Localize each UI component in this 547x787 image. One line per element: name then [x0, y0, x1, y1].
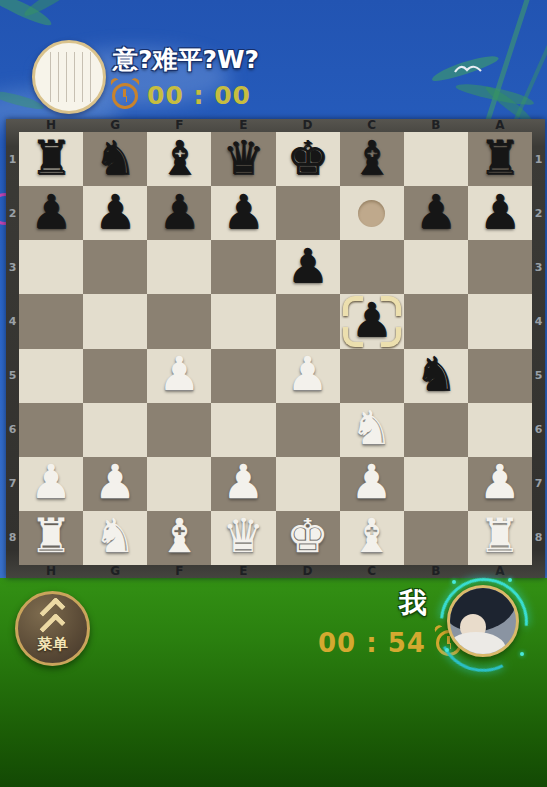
piece-bq[interactable]: ♛	[222, 134, 264, 181]
chess-board: HGFEDCBA HGFEDCBA 12345678 12345678 ♜♞♝♛…	[6, 119, 545, 578]
square-G3[interactable]	[83, 240, 147, 294]
square-G2[interactable]: ♟	[83, 186, 147, 240]
piece-wp[interactable]: ♟	[286, 350, 328, 397]
double-chevron-up-icon	[18, 604, 87, 633]
square-F7[interactable]	[147, 457, 211, 511]
piece-bb[interactable]: ♝	[351, 134, 393, 181]
my-name: 我	[399, 584, 427, 622]
piece-bp[interactable]: ♟	[286, 242, 328, 289]
avatar-spark	[452, 580, 456, 584]
menu-button-label: 菜单	[18, 635, 87, 654]
piece-bb[interactable]: ♝	[158, 134, 200, 181]
piece-bp[interactable]: ♟	[415, 188, 457, 235]
square-D2[interactable]	[276, 186, 340, 240]
file-label-H: H	[19, 565, 83, 578]
square-E8[interactable]: ♛	[211, 511, 275, 565]
square-B5[interactable]: ♞	[404, 349, 468, 403]
file-label-F: F	[147, 565, 211, 578]
my-avatar[interactable]	[447, 585, 519, 657]
square-E6[interactable]	[211, 403, 275, 457]
piece-bn[interactable]: ♞	[415, 350, 457, 397]
rank-label-1: 1	[532, 132, 545, 186]
piece-wp[interactable]: ♟	[30, 458, 72, 505]
square-C5[interactable]	[340, 349, 404, 403]
files-bottom: HGFEDCBA	[19, 565, 532, 578]
piece-wr[interactable]: ♜	[479, 512, 521, 559]
rank-label-7: 7	[6, 457, 19, 511]
piece-wq[interactable]: ♛	[222, 512, 264, 559]
square-H5[interactable]	[19, 349, 83, 403]
avatar-spark	[508, 578, 512, 582]
piece-wp[interactable]: ♟	[94, 458, 136, 505]
board-grid: ♜♞♝♛♚♝♜♟♟♟♟♟♟♟♟♟♟♞♞♟♟♟♟♟♜♞♝♛♚♝♜	[19, 132, 532, 565]
square-G4[interactable]	[83, 294, 147, 348]
piece-bn[interactable]: ♞	[94, 134, 136, 181]
piece-bp[interactable]: ♟	[479, 188, 521, 235]
square-G6[interactable]	[83, 403, 147, 457]
file-label-D: D	[276, 565, 340, 578]
square-E5[interactable]	[211, 349, 275, 403]
square-C7[interactable]: ♟	[340, 457, 404, 511]
square-C1[interactable]: ♝	[340, 132, 404, 186]
square-A3[interactable]	[468, 240, 532, 294]
file-label-C: C	[340, 565, 404, 578]
bird-icon	[453, 60, 483, 76]
alarm-clock-icon	[112, 83, 138, 109]
square-A4[interactable]	[468, 294, 532, 348]
square-A1[interactable]: ♜	[468, 132, 532, 186]
selection-corner-tr	[381, 296, 401, 316]
square-F6[interactable]	[147, 403, 211, 457]
square-C4[interactable]: ♟	[340, 294, 404, 348]
file-label-E: E	[211, 565, 275, 578]
rank-label-8: 8	[6, 511, 19, 565]
opponent-name: 意?难平?W?	[113, 43, 259, 76]
opponent-clock: 00 : 00	[112, 81, 251, 110]
square-H3[interactable]	[19, 240, 83, 294]
square-A5[interactable]	[468, 349, 532, 403]
square-D1[interactable]: ♚	[276, 132, 340, 186]
piece-wb[interactable]: ♝	[351, 512, 393, 559]
rank-label-8: 8	[532, 511, 545, 565]
rank-label-7: 7	[532, 457, 545, 511]
piece-bk[interactable]: ♚	[286, 134, 328, 181]
piece-br[interactable]: ♜	[30, 134, 72, 181]
piece-bp[interactable]: ♟	[222, 188, 264, 235]
piece-wp[interactable]: ♟	[158, 350, 200, 397]
square-C3[interactable]	[340, 240, 404, 294]
piece-wp[interactable]: ♟	[222, 458, 264, 505]
piece-wr[interactable]: ♜	[30, 512, 72, 559]
square-C2[interactable]	[340, 186, 404, 240]
move-origin-dot	[358, 200, 385, 227]
piece-br[interactable]: ♜	[479, 134, 521, 181]
square-F2[interactable]: ♟	[147, 186, 211, 240]
ranks-left: 12345678	[6, 132, 19, 565]
square-A2[interactable]: ♟	[468, 186, 532, 240]
square-E1[interactable]: ♛	[211, 132, 275, 186]
piece-wk[interactable]: ♚	[286, 512, 328, 559]
rank-label-2: 2	[6, 186, 19, 240]
square-D5[interactable]: ♟	[276, 349, 340, 403]
square-A6[interactable]	[468, 403, 532, 457]
square-F3[interactable]	[147, 240, 211, 294]
square-H1[interactable]: ♜	[19, 132, 83, 186]
selection-corner-tl	[343, 296, 363, 316]
square-H4[interactable]	[19, 294, 83, 348]
rank-label-1: 1	[6, 132, 19, 186]
square-B1[interactable]	[404, 132, 468, 186]
square-G8[interactable]: ♞	[83, 511, 147, 565]
rank-label-6: 6	[532, 403, 545, 457]
file-label-B: B	[404, 565, 468, 578]
rank-label-6: 6	[6, 403, 19, 457]
square-B4[interactable]	[404, 294, 468, 348]
square-B8[interactable]	[404, 511, 468, 565]
square-H8[interactable]: ♜	[19, 511, 83, 565]
rank-label-4: 4	[532, 294, 545, 348]
rank-label-3: 3	[6, 240, 19, 294]
file-label-G: G	[83, 565, 147, 578]
piece-wb[interactable]: ♝	[158, 512, 200, 559]
rank-label-4: 4	[6, 294, 19, 348]
square-E3[interactable]	[211, 240, 275, 294]
square-D4[interactable]	[276, 294, 340, 348]
square-D6[interactable]	[276, 403, 340, 457]
square-D7[interactable]	[276, 457, 340, 511]
avatar-spark	[445, 648, 449, 652]
square-H7[interactable]: ♟	[19, 457, 83, 511]
opponent-avatar[interactable]	[32, 40, 106, 114]
rank-label-5: 5	[532, 349, 545, 403]
square-A7[interactable]: ♟	[468, 457, 532, 511]
piece-bp[interactable]: ♟	[158, 188, 200, 235]
file-label-A: A	[468, 565, 532, 578]
square-D8[interactable]: ♚	[276, 511, 340, 565]
my-time: 00 : 54	[318, 628, 426, 658]
clock-hands	[123, 89, 126, 97]
square-H2[interactable]: ♟	[19, 186, 83, 240]
selection-corner-br	[381, 327, 401, 347]
piece-wp[interactable]: ♟	[479, 458, 521, 505]
piece-wn[interactable]: ♞	[351, 404, 393, 451]
square-C8[interactable]: ♝	[340, 511, 404, 565]
rank-label-3: 3	[532, 240, 545, 294]
ranks-right: 12345678	[532, 132, 545, 565]
square-E4[interactable]	[211, 294, 275, 348]
square-E7[interactable]: ♟	[211, 457, 275, 511]
square-B7[interactable]	[404, 457, 468, 511]
piece-bp[interactable]: ♟	[30, 188, 72, 235]
square-H6[interactable]	[19, 403, 83, 457]
square-B2[interactable]: ♟	[404, 186, 468, 240]
game-screen: 意?难平?W? 00 : 00 HGFEDCBA HGFEDCBA 123456…	[0, 0, 547, 787]
file-label-B: B	[404, 119, 468, 132]
rank-label-5: 5	[6, 349, 19, 403]
square-E2[interactable]: ♟	[211, 186, 275, 240]
opponent-time: 00 : 00	[147, 81, 251, 110]
piece-wp[interactable]: ♟	[351, 458, 393, 505]
square-C6[interactable]: ♞	[340, 403, 404, 457]
square-A8[interactable]: ♜	[468, 511, 532, 565]
square-G1[interactable]: ♞	[83, 132, 147, 186]
square-B6[interactable]	[404, 403, 468, 457]
piece-wn[interactable]: ♞	[94, 512, 136, 559]
square-F5[interactable]: ♟	[147, 349, 211, 403]
square-F8[interactable]: ♝	[147, 511, 211, 565]
square-F1[interactable]: ♝	[147, 132, 211, 186]
square-F4[interactable]	[147, 294, 211, 348]
avatar-script-texture	[47, 52, 91, 102]
menu-button[interactable]: 菜单	[15, 591, 90, 666]
piece-bp[interactable]: ♟	[94, 188, 136, 235]
square-G5[interactable]	[83, 349, 147, 403]
avatar-spark	[520, 652, 524, 656]
rank-label-2: 2	[532, 186, 545, 240]
square-G7[interactable]: ♟	[83, 457, 147, 511]
selection-corner-bl	[343, 327, 363, 347]
square-D3[interactable]: ♟	[276, 240, 340, 294]
square-B3[interactable]	[404, 240, 468, 294]
